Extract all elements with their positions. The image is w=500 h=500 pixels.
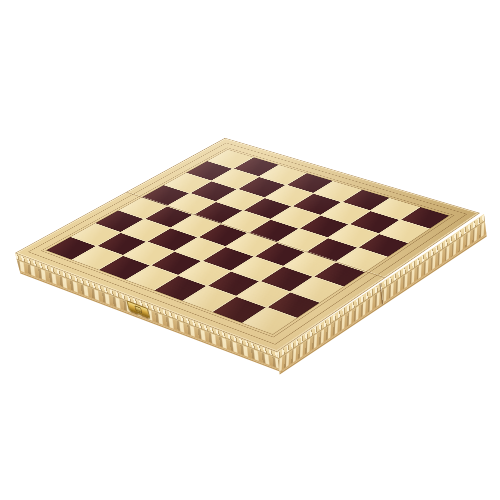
product-photo [0,0,500,500]
board-top-face [15,138,480,352]
clasp-knob [134,305,142,313]
